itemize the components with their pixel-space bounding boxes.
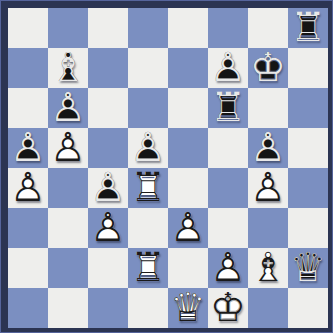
square-d8[interactable] — [128, 8, 168, 48]
black-pawn-fill-glyph: ♟ — [248, 126, 288, 168]
square-d2[interactable]: ♜♖ — [128, 248, 168, 288]
square-b3[interactable] — [48, 208, 88, 248]
piece-black-pawn[interactable]: ♟♙ — [128, 128, 168, 168]
square-h6[interactable] — [288, 88, 328, 128]
white-pawn-outline-glyph: ♙ — [248, 166, 288, 208]
black-queen-outline-glyph: ♕ — [288, 246, 328, 288]
black-pawn-fill-glyph: ♟ — [128, 126, 168, 168]
black-bishop-fill-glyph: ♝ — [48, 46, 88, 88]
white-pawn-outline-glyph: ♙ — [48, 126, 88, 168]
black-pawn-fill-glyph: ♟ — [8, 126, 48, 168]
black-pawn-fill-glyph: ♟ — [208, 46, 248, 88]
square-h1[interactable] — [288, 288, 328, 328]
square-c8[interactable] — [88, 8, 128, 48]
white-pawn-outline-glyph: ♙ — [168, 206, 208, 248]
black-pawn-fill-glyph: ♟ — [48, 86, 88, 128]
white-pawn-fill-glyph: ♟ — [88, 206, 128, 248]
piece-white-pawn[interactable]: ♟♙ — [88, 208, 128, 248]
square-a7[interactable] — [8, 48, 48, 88]
square-f7[interactable]: ♟♙ — [208, 48, 248, 88]
square-b5[interactable]: ♟♙ — [48, 128, 88, 168]
piece-white-pawn[interactable]: ♟♙ — [8, 168, 48, 208]
square-e4[interactable] — [168, 168, 208, 208]
white-pawn-outline-glyph: ♙ — [88, 206, 128, 248]
square-g3[interactable] — [248, 208, 288, 248]
piece-white-pawn[interactable]: ♟♙ — [48, 128, 88, 168]
square-c7[interactable] — [88, 48, 128, 88]
white-pawn-fill-glyph: ♟ — [8, 166, 48, 208]
piece-white-pawn[interactable]: ♟♙ — [248, 168, 288, 208]
black-pawn-fill-glyph: ♟ — [88, 166, 128, 208]
white-pawn-fill-glyph: ♟ — [248, 166, 288, 208]
square-c2[interactable] — [88, 248, 128, 288]
piece-white-pawn[interactable]: ♟♙ — [168, 208, 208, 248]
square-e1[interactable]: ♛♕ — [168, 288, 208, 328]
square-e3[interactable]: ♟♙ — [168, 208, 208, 248]
square-g4[interactable]: ♟♙ — [248, 168, 288, 208]
square-h2[interactable]: ♛♕ — [288, 248, 328, 288]
piece-black-king[interactable]: ♚♔ — [248, 48, 288, 88]
square-g8[interactable] — [248, 8, 288, 48]
black-pawn-outline-glyph: ♙ — [88, 166, 128, 208]
piece-white-king[interactable]: ♚♔ — [208, 288, 248, 328]
square-g6[interactable] — [248, 88, 288, 128]
square-d3[interactable] — [128, 208, 168, 248]
piece-black-pawn[interactable]: ♟♙ — [8, 128, 48, 168]
square-d6[interactable] — [128, 88, 168, 128]
black-rook-outline-glyph: ♖ — [208, 86, 248, 128]
square-f8[interactable] — [208, 8, 248, 48]
square-b8[interactable] — [48, 8, 88, 48]
black-pawn-outline-glyph: ♙ — [128, 126, 168, 168]
square-h5[interactable] — [288, 128, 328, 168]
white-pawn-outline-glyph: ♙ — [208, 246, 248, 288]
white-pawn-fill-glyph: ♟ — [168, 206, 208, 248]
square-a5[interactable]: ♟♙ — [8, 128, 48, 168]
piece-white-bishop[interactable]: ♝♗ — [248, 248, 288, 288]
square-d1[interactable] — [128, 288, 168, 328]
square-e5[interactable] — [168, 128, 208, 168]
square-h8[interactable]: ♜♖ — [288, 8, 328, 48]
square-a3[interactable] — [8, 208, 48, 248]
chess-board: ♜♖♝♗♟♙♚♔♟♙♜♖♟♙♟♙♟♙♟♙♟♙♟♙♜♖♟♙♟♙♟♙♜♖♟♙♝♗♛♕… — [8, 8, 328, 328]
square-c3[interactable]: ♟♙ — [88, 208, 128, 248]
square-e8[interactable] — [168, 8, 208, 48]
white-rook-fill-glyph: ♜ — [128, 166, 168, 208]
square-a6[interactable] — [8, 88, 48, 128]
square-d7[interactable] — [128, 48, 168, 88]
square-f1[interactable]: ♚♔ — [208, 288, 248, 328]
piece-white-pawn[interactable]: ♟♙ — [208, 248, 248, 288]
square-c4[interactable]: ♟♙ — [88, 168, 128, 208]
white-rook-outline-glyph: ♖ — [128, 166, 168, 208]
white-king-outline-glyph: ♔ — [208, 286, 248, 328]
square-a8[interactable] — [8, 8, 48, 48]
square-e7[interactable] — [168, 48, 208, 88]
piece-white-queen[interactable]: ♛♕ — [168, 288, 208, 328]
square-g5[interactable]: ♟♙ — [248, 128, 288, 168]
piece-black-bishop[interactable]: ♝♗ — [48, 48, 88, 88]
black-rook-fill-glyph: ♜ — [288, 6, 328, 48]
black-bishop-outline-glyph: ♗ — [48, 46, 88, 88]
white-king-fill-glyph: ♚ — [208, 286, 248, 328]
square-g1[interactable] — [248, 288, 288, 328]
square-h7[interactable] — [288, 48, 328, 88]
black-rook-fill-glyph: ♜ — [208, 86, 248, 128]
piece-black-pawn[interactable]: ♟♙ — [88, 168, 128, 208]
square-g7[interactable]: ♚♔ — [248, 48, 288, 88]
square-e6[interactable] — [168, 88, 208, 128]
black-rook-outline-glyph: ♖ — [288, 6, 328, 48]
square-c6[interactable] — [88, 88, 128, 128]
square-a1[interactable] — [8, 288, 48, 328]
piece-white-rook[interactable]: ♜♖ — [128, 168, 168, 208]
white-pawn-fill-glyph: ♟ — [208, 246, 248, 288]
piece-black-rook[interactable]: ♜♖ — [288, 8, 328, 48]
square-d4[interactable]: ♜♖ — [128, 168, 168, 208]
white-bishop-fill-glyph: ♝ — [248, 246, 288, 288]
square-f4[interactable] — [208, 168, 248, 208]
square-a4[interactable]: ♟♙ — [8, 168, 48, 208]
black-pawn-outline-glyph: ♙ — [48, 86, 88, 128]
square-g2[interactable]: ♝♗ — [248, 248, 288, 288]
square-d5[interactable]: ♟♙ — [128, 128, 168, 168]
white-bishop-outline-glyph: ♗ — [248, 246, 288, 288]
square-a2[interactable] — [8, 248, 48, 288]
square-e2[interactable] — [168, 248, 208, 288]
square-b6[interactable]: ♟♙ — [48, 88, 88, 128]
white-queen-fill-glyph: ♛ — [168, 286, 208, 328]
square-h3[interactable] — [288, 208, 328, 248]
black-pawn-outline-glyph: ♙ — [208, 46, 248, 88]
square-b4[interactable] — [48, 168, 88, 208]
square-c5[interactable] — [88, 128, 128, 168]
white-pawn-outline-glyph: ♙ — [8, 166, 48, 208]
square-h4[interactable] — [288, 168, 328, 208]
piece-black-rook[interactable]: ♜♖ — [208, 88, 248, 128]
black-king-fill-glyph: ♚ — [248, 46, 288, 88]
black-pawn-outline-glyph: ♙ — [8, 126, 48, 168]
white-rook-fill-glyph: ♜ — [128, 246, 168, 288]
square-f5[interactable] — [208, 128, 248, 168]
black-queen-fill-glyph: ♛ — [288, 246, 328, 288]
black-king-outline-glyph: ♔ — [248, 46, 288, 88]
square-f2[interactable]: ♟♙ — [208, 248, 248, 288]
white-queen-outline-glyph: ♕ — [168, 286, 208, 328]
chess-board-frame: ♜♖♝♗♟♙♚♔♟♙♜♖♟♙♟♙♟♙♟♙♟♙♟♙♜♖♟♙♟♙♟♙♜♖♟♙♝♗♛♕… — [0, 0, 333, 333]
square-f6[interactable]: ♜♖ — [208, 88, 248, 128]
square-c1[interactable] — [88, 288, 128, 328]
piece-white-rook[interactable]: ♜♖ — [128, 248, 168, 288]
piece-black-pawn[interactable]: ♟♙ — [208, 48, 248, 88]
piece-black-queen[interactable]: ♛♕ — [288, 248, 328, 288]
square-b7[interactable]: ♝♗ — [48, 48, 88, 88]
black-pawn-outline-glyph: ♙ — [248, 126, 288, 168]
piece-black-pawn[interactable]: ♟♙ — [48, 88, 88, 128]
square-b2[interactable] — [48, 248, 88, 288]
white-pawn-fill-glyph: ♟ — [48, 126, 88, 168]
square-b1[interactable] — [48, 288, 88, 328]
white-rook-outline-glyph: ♖ — [128, 246, 168, 288]
square-f3[interactable] — [208, 208, 248, 248]
piece-black-pawn[interactable]: ♟♙ — [248, 128, 288, 168]
